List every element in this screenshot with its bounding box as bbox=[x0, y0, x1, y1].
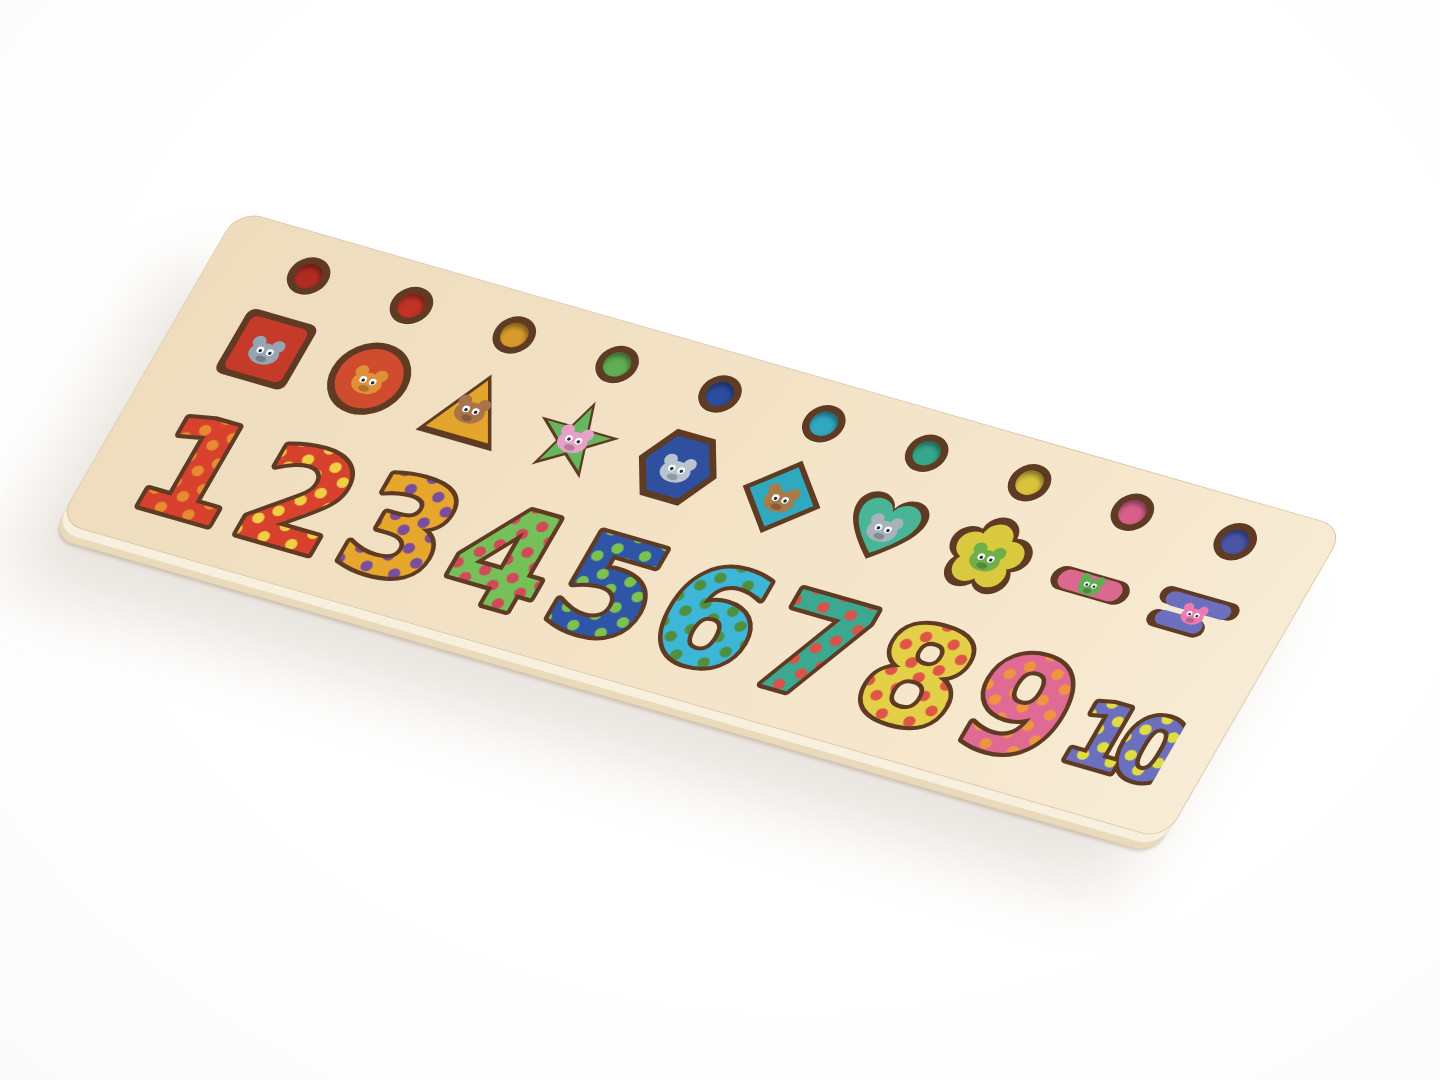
board-grid: 12345678910 bbox=[59, 211, 1344, 839]
peg-hole-5 bbox=[691, 371, 750, 418]
peg-hole-6 bbox=[794, 400, 853, 447]
board-rotation-wrapper: 12345678910 bbox=[58, 210, 1346, 840]
peg-hole-10 bbox=[1206, 518, 1265, 565]
peg-hole-1 bbox=[279, 253, 338, 300]
peg-hole-3 bbox=[485, 312, 544, 359]
peg-hole-4 bbox=[588, 341, 647, 388]
peg-hole-9 bbox=[1103, 489, 1162, 536]
peg-hole-7 bbox=[897, 430, 956, 477]
peg-hole-2 bbox=[382, 282, 441, 329]
product-photo-background: 12345678910 bbox=[0, 0, 1440, 1080]
peg-hole-8 bbox=[1000, 459, 1059, 506]
puzzle-board: 12345678910 bbox=[58, 210, 1346, 840]
